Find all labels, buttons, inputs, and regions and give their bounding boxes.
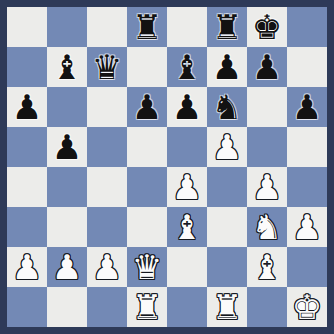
piece-black-pawn: ♟ bbox=[172, 87, 202, 127]
square-c5[interactable] bbox=[87, 127, 127, 167]
square-g6[interactable] bbox=[247, 87, 287, 127]
square-f5[interactable]: ♟ bbox=[207, 127, 247, 167]
chess-board-frame: ♜♜♚♝♛♝♟♟♟♟♟♞♟♟♟♟♟♝♞♟♟♟♟♛♝♜♜♚ bbox=[0, 0, 334, 334]
square-h7[interactable] bbox=[287, 47, 327, 87]
piece-white-rook: ♜ bbox=[212, 287, 242, 327]
square-b2[interactable]: ♟ bbox=[47, 247, 87, 287]
square-e2[interactable] bbox=[167, 247, 207, 287]
piece-black-queen: ♛ bbox=[92, 47, 122, 87]
square-a7[interactable] bbox=[7, 47, 47, 87]
square-g7[interactable]: ♟ bbox=[247, 47, 287, 87]
square-h6[interactable]: ♟ bbox=[287, 87, 327, 127]
square-f1[interactable]: ♜ bbox=[207, 287, 247, 327]
square-b3[interactable] bbox=[47, 207, 87, 247]
piece-black-pawn: ♟ bbox=[252, 47, 282, 87]
square-e5[interactable] bbox=[167, 127, 207, 167]
square-e7[interactable]: ♝ bbox=[167, 47, 207, 87]
piece-white-pawn: ♟ bbox=[172, 167, 202, 207]
piece-black-king: ♚ bbox=[252, 7, 282, 47]
square-g2[interactable]: ♝ bbox=[247, 247, 287, 287]
square-c1[interactable] bbox=[87, 287, 127, 327]
piece-black-pawn: ♟ bbox=[52, 127, 82, 167]
square-h3[interactable]: ♟ bbox=[287, 207, 327, 247]
square-f8[interactable]: ♜ bbox=[207, 7, 247, 47]
square-c4[interactable] bbox=[87, 167, 127, 207]
piece-black-pawn: ♟ bbox=[212, 47, 242, 87]
piece-white-pawn: ♟ bbox=[252, 167, 282, 207]
square-a5[interactable] bbox=[7, 127, 47, 167]
square-d6[interactable]: ♟ bbox=[127, 87, 167, 127]
square-c6[interactable] bbox=[87, 87, 127, 127]
piece-white-queen: ♛ bbox=[132, 247, 162, 287]
square-b5[interactable]: ♟ bbox=[47, 127, 87, 167]
piece-white-pawn: ♟ bbox=[52, 247, 82, 287]
piece-white-pawn: ♟ bbox=[212, 127, 242, 167]
square-c2[interactable]: ♟ bbox=[87, 247, 127, 287]
square-e6[interactable]: ♟ bbox=[167, 87, 207, 127]
piece-black-pawn: ♟ bbox=[292, 87, 322, 127]
piece-black-rook: ♜ bbox=[212, 7, 242, 47]
square-g4[interactable]: ♟ bbox=[247, 167, 287, 207]
square-f7[interactable]: ♟ bbox=[207, 47, 247, 87]
piece-white-king: ♚ bbox=[292, 287, 322, 327]
square-d8[interactable]: ♜ bbox=[127, 7, 167, 47]
square-a2[interactable]: ♟ bbox=[7, 247, 47, 287]
square-b4[interactable] bbox=[47, 167, 87, 207]
square-h1[interactable]: ♚ bbox=[287, 287, 327, 327]
square-g8[interactable]: ♚ bbox=[247, 7, 287, 47]
square-e3[interactable]: ♝ bbox=[167, 207, 207, 247]
piece-white-pawn: ♟ bbox=[12, 247, 42, 287]
square-b8[interactable] bbox=[47, 7, 87, 47]
square-f2[interactable] bbox=[207, 247, 247, 287]
square-a3[interactable] bbox=[7, 207, 47, 247]
piece-black-bishop: ♝ bbox=[52, 47, 82, 87]
piece-black-bishop: ♝ bbox=[172, 47, 202, 87]
square-e4[interactable]: ♟ bbox=[167, 167, 207, 207]
piece-white-bishop: ♝ bbox=[172, 207, 202, 247]
square-g1[interactable] bbox=[247, 287, 287, 327]
square-b6[interactable] bbox=[47, 87, 87, 127]
square-g3[interactable]: ♞ bbox=[247, 207, 287, 247]
square-c3[interactable] bbox=[87, 207, 127, 247]
square-g5[interactable] bbox=[247, 127, 287, 167]
piece-black-pawn: ♟ bbox=[12, 87, 42, 127]
square-a1[interactable] bbox=[7, 287, 47, 327]
piece-black-rook: ♜ bbox=[132, 7, 162, 47]
square-f3[interactable] bbox=[207, 207, 247, 247]
square-d4[interactable] bbox=[127, 167, 167, 207]
square-e1[interactable] bbox=[167, 287, 207, 327]
square-e8[interactable] bbox=[167, 7, 207, 47]
piece-black-pawn: ♟ bbox=[132, 87, 162, 127]
square-h8[interactable] bbox=[287, 7, 327, 47]
piece-black-knight: ♞ bbox=[212, 87, 242, 127]
square-f6[interactable]: ♞ bbox=[207, 87, 247, 127]
square-d7[interactable] bbox=[127, 47, 167, 87]
square-a4[interactable] bbox=[7, 167, 47, 207]
piece-white-knight: ♞ bbox=[252, 207, 282, 247]
square-h5[interactable] bbox=[287, 127, 327, 167]
square-d1[interactable]: ♜ bbox=[127, 287, 167, 327]
piece-white-pawn: ♟ bbox=[292, 207, 322, 247]
square-a8[interactable] bbox=[7, 7, 47, 47]
square-b1[interactable] bbox=[47, 287, 87, 327]
piece-white-pawn: ♟ bbox=[92, 247, 122, 287]
chess-board: ♜♜♚♝♛♝♟♟♟♟♟♞♟♟♟♟♟♝♞♟♟♟♟♛♝♜♜♚ bbox=[7, 7, 327, 327]
square-c7[interactable]: ♛ bbox=[87, 47, 127, 87]
piece-white-bishop: ♝ bbox=[252, 247, 282, 287]
square-d2[interactable]: ♛ bbox=[127, 247, 167, 287]
square-b7[interactable]: ♝ bbox=[47, 47, 87, 87]
piece-white-rook: ♜ bbox=[132, 287, 162, 327]
square-f4[interactable] bbox=[207, 167, 247, 207]
square-h4[interactable] bbox=[287, 167, 327, 207]
square-a6[interactable]: ♟ bbox=[7, 87, 47, 127]
square-h2[interactable] bbox=[287, 247, 327, 287]
square-d3[interactable] bbox=[127, 207, 167, 247]
square-c8[interactable] bbox=[87, 7, 127, 47]
square-d5[interactable] bbox=[127, 127, 167, 167]
